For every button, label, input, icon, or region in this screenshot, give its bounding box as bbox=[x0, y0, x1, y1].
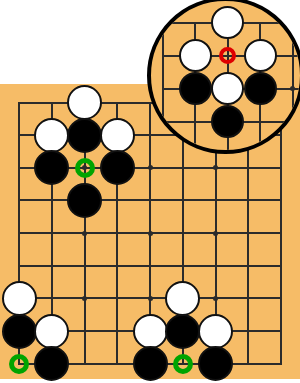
white-stone bbox=[211, 6, 244, 39]
black-stone bbox=[244, 72, 277, 105]
white-stone bbox=[100, 118, 135, 153]
black-stone bbox=[165, 314, 200, 349]
star-point bbox=[82, 296, 87, 301]
white-stone bbox=[133, 314, 168, 349]
white-stone bbox=[67, 85, 102, 120]
inset-goban bbox=[151, 1, 300, 150]
white-stone bbox=[165, 281, 200, 316]
grid-line-vertical bbox=[280, 102, 282, 365]
black-stone bbox=[2, 314, 37, 349]
star-point bbox=[82, 231, 87, 236]
black-stone bbox=[67, 183, 102, 218]
star-point bbox=[148, 296, 153, 301]
star-point bbox=[213, 296, 218, 301]
go-lesson-page bbox=[0, 0, 300, 383]
white-stone bbox=[198, 314, 233, 349]
green-circle-marker[interactable] bbox=[75, 158, 95, 178]
white-stone bbox=[2, 281, 37, 316]
star-point bbox=[148, 231, 153, 236]
red-circle-marker bbox=[219, 47, 236, 64]
black-stone bbox=[179, 72, 212, 105]
black-stone bbox=[211, 105, 244, 138]
white-stone bbox=[211, 72, 244, 105]
black-stone bbox=[34, 346, 69, 381]
magnifier-inset-circle bbox=[147, 0, 300, 154]
star-point bbox=[290, 86, 295, 91]
star-point bbox=[148, 165, 153, 170]
black-stone bbox=[100, 150, 135, 185]
white-stone bbox=[179, 39, 212, 72]
white-stone bbox=[34, 118, 69, 153]
white-stone bbox=[34, 314, 69, 349]
star-point bbox=[213, 165, 218, 170]
black-stone bbox=[34, 150, 69, 185]
black-stone bbox=[133, 346, 168, 381]
star-point bbox=[213, 231, 218, 236]
black-stone bbox=[67, 118, 102, 153]
green-circle-marker[interactable] bbox=[173, 354, 193, 374]
black-stone bbox=[198, 346, 233, 381]
green-circle-marker[interactable] bbox=[9, 354, 29, 374]
white-stone bbox=[244, 39, 277, 72]
